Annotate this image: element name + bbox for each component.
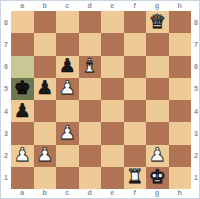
square-h6[interactable] — [169, 56, 192, 78]
square-f5[interactable] — [124, 78, 147, 100]
square-a7[interactable] — [11, 33, 34, 55]
white-pawn[interactable]: ♟ — [36, 145, 53, 164]
square-e2[interactable] — [101, 145, 124, 167]
rank-label-5: 5 — [191, 78, 200, 100]
file-label-f: f — [124, 188, 147, 199]
square-g8[interactable]: ♛ — [146, 11, 169, 33]
square-b6[interactable] — [34, 56, 57, 78]
rank-label-8: 8 — [191, 11, 200, 33]
file-label-a: a — [11, 188, 34, 199]
file-label-a: a — [11, 1, 34, 11]
rank-label-2: 2 — [1, 145, 11, 167]
file-label-h: h — [169, 1, 192, 11]
rank-label-4: 4 — [1, 100, 11, 122]
square-f6[interactable] — [124, 56, 147, 78]
square-h4[interactable] — [169, 100, 192, 122]
white-king[interactable]: ♚ — [149, 167, 166, 186]
rank-labels-right: 87654321 — [191, 11, 200, 189]
square-c4[interactable] — [56, 100, 79, 122]
file-label-g: g — [146, 188, 169, 199]
file-label-d: d — [79, 188, 102, 199]
black-pawn[interactable]: ♟ — [14, 101, 31, 120]
rank-label-3: 3 — [1, 122, 11, 144]
white-pawn[interactable]: ♟ — [59, 78, 76, 97]
rank-label-8: 8 — [1, 11, 11, 33]
black-pawn[interactable]: ♟ — [36, 78, 53, 97]
rank-label-6: 6 — [1, 56, 11, 78]
file-label-c: c — [56, 1, 79, 11]
square-b3[interactable] — [34, 122, 57, 144]
square-e5[interactable] — [101, 78, 124, 100]
square-d5[interactable] — [79, 78, 102, 100]
rank-label-2: 2 — [191, 145, 200, 167]
rank-label-7: 7 — [1, 33, 11, 55]
square-b2[interactable]: ♟ — [34, 145, 57, 167]
white-rook[interactable]: ♜ — [126, 167, 143, 186]
square-e6[interactable] — [101, 56, 124, 78]
square-d4[interactable] — [79, 100, 102, 122]
square-d1[interactable] — [79, 167, 102, 189]
square-f7[interactable] — [124, 33, 147, 55]
square-b8[interactable] — [34, 11, 57, 33]
square-h1[interactable] — [169, 167, 192, 189]
square-h2[interactable] — [169, 145, 192, 167]
square-h7[interactable] — [169, 33, 192, 55]
square-e1[interactable] — [101, 167, 124, 189]
square-g3[interactable] — [146, 122, 169, 144]
square-g6[interactable] — [146, 56, 169, 78]
rank-label-6: 6 — [191, 56, 200, 78]
square-g1[interactable]: ♚ — [146, 167, 169, 189]
square-c5[interactable]: ♟ — [56, 78, 79, 100]
square-h3[interactable] — [169, 122, 192, 144]
square-d6[interactable]: ♝ — [79, 56, 102, 78]
square-g2[interactable]: ♟ — [146, 145, 169, 167]
square-h5[interactable] — [169, 78, 192, 100]
white-bishop[interactable]: ♝ — [81, 56, 98, 75]
square-c8[interactable] — [56, 11, 79, 33]
square-a4[interactable]: ♟ — [11, 100, 34, 122]
rank-labels-left: 87654321 — [1, 11, 11, 189]
rank-label-1: 1 — [191, 167, 200, 189]
square-d7[interactable] — [79, 33, 102, 55]
file-label-d: d — [79, 1, 102, 11]
file-label-b: b — [34, 188, 57, 199]
square-a5[interactable]: ♚ — [11, 78, 34, 100]
square-a1[interactable] — [11, 167, 34, 189]
square-f4[interactable] — [124, 100, 147, 122]
black-king[interactable]: ♚ — [14, 78, 31, 97]
square-c2[interactable] — [56, 145, 79, 167]
square-e7[interactable] — [101, 33, 124, 55]
square-c6[interactable]: ♟ — [56, 56, 79, 78]
square-a3[interactable] — [11, 122, 34, 144]
square-d3[interactable] — [79, 122, 102, 144]
square-d2[interactable] — [79, 145, 102, 167]
rank-label-7: 7 — [191, 33, 200, 55]
square-a6[interactable] — [11, 56, 34, 78]
square-f2[interactable] — [124, 145, 147, 167]
file-label-b: b — [34, 1, 57, 11]
rank-label-3: 3 — [191, 122, 200, 144]
file-labels-bottom: abcdefgh — [11, 188, 191, 199]
square-b5[interactable]: ♟ — [34, 78, 57, 100]
square-g4[interactable] — [146, 100, 169, 122]
white-pawn[interactable]: ♟ — [59, 123, 76, 142]
file-label-e: e — [101, 188, 124, 199]
file-label-g: g — [146, 1, 169, 11]
square-g7[interactable] — [146, 33, 169, 55]
file-label-c: c — [56, 188, 79, 199]
square-c3[interactable]: ♟ — [56, 122, 79, 144]
chess-board[interactable]: ♛♟♝♚♟♟♟♟♟♟♟♜♚ — [11, 11, 191, 189]
square-b7[interactable] — [34, 33, 57, 55]
square-g5[interactable] — [146, 78, 169, 100]
square-b1[interactable] — [34, 167, 57, 189]
square-e8[interactable] — [101, 11, 124, 33]
square-d8[interactable] — [79, 11, 102, 33]
file-labels-top: abcdefgh — [11, 1, 191, 11]
square-f1[interactable]: ♜ — [124, 167, 147, 189]
square-f8[interactable] — [124, 11, 147, 33]
square-a2[interactable]: ♟ — [11, 145, 34, 167]
square-a8[interactable] — [11, 11, 34, 33]
square-h8[interactable] — [169, 11, 192, 33]
square-e3[interactable] — [101, 122, 124, 144]
white-queen[interactable]: ♛ — [149, 12, 166, 31]
white-pawn[interactable]: ♟ — [14, 145, 31, 164]
file-label-e: e — [101, 1, 124, 11]
square-c7[interactable] — [56, 33, 79, 55]
rank-label-4: 4 — [191, 100, 200, 122]
square-c1[interactable] — [56, 167, 79, 189]
square-b4[interactable] — [34, 100, 57, 122]
file-label-h: h — [169, 188, 192, 199]
rank-label-1: 1 — [1, 167, 11, 189]
white-pawn[interactable]: ♟ — [149, 145, 166, 164]
square-e4[interactable] — [101, 100, 124, 122]
square-f3[interactable] — [124, 122, 147, 144]
black-pawn[interactable]: ♟ — [59, 56, 76, 75]
file-label-f: f — [124, 1, 147, 11]
chess-board-panel: abcdefgh 87654321 ♛♟♝♚♟♟♟♟♟♟♟♜♚ 87654321… — [0, 0, 200, 199]
rank-label-5: 5 — [1, 78, 11, 100]
